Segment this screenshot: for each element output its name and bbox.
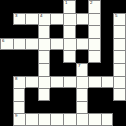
crossword-cell-black-r0c3 xyxy=(38,0,51,13)
crossword-cell-white-r7c3[interactable] xyxy=(38,88,51,101)
crossword-cell-white-r6c2[interactable] xyxy=(25,76,38,89)
crossword-cell-white-r6c9[interactable] xyxy=(113,76,126,89)
crossword-cell-black-r9c0 xyxy=(0,113,13,126)
crossword-cell-black-r5c8 xyxy=(101,63,114,76)
crossword-cell-black-r2c0 xyxy=(0,25,13,38)
crossword-cell-white-r4c3[interactable] xyxy=(38,50,51,63)
crossword-cell-black-r5c5 xyxy=(63,63,76,76)
crossword-cell-black-r4c4 xyxy=(50,50,63,63)
crossword-cell-black-r2c4 xyxy=(50,25,63,38)
clue-number: 8 xyxy=(15,77,17,81)
crossword-cell-black-r7c7 xyxy=(88,88,101,101)
crossword-cell-black-r1c8 xyxy=(101,13,114,26)
crossword-cell-black-r8c8 xyxy=(101,101,114,114)
crossword-cell-white-r0c7[interactable]: 2 xyxy=(88,0,101,13)
crossword-cell-black-r0c2 xyxy=(25,0,38,13)
crossword-cell-white-r2c3[interactable] xyxy=(38,25,51,38)
crossword-cell-white-r5c6[interactable]: 7 xyxy=(76,63,89,76)
crossword-cell-white-r9c7[interactable] xyxy=(88,113,101,126)
crossword-cell-black-r0c0 xyxy=(0,0,13,13)
crossword-cell-white-r2c5[interactable] xyxy=(63,25,76,38)
crossword-cell-white-r7c1[interactable] xyxy=(13,88,26,101)
crossword-cell-black-r8c4 xyxy=(50,101,63,114)
crossword-cell-white-r1c1[interactable]: 3 xyxy=(13,13,26,26)
crossword-cell-black-r0c6 xyxy=(76,0,89,13)
crossword-cell-black-r4c0 xyxy=(0,50,13,63)
clue-number: 2 xyxy=(90,1,92,5)
crossword-cell-black-r2c8 xyxy=(101,25,114,38)
crossword-cell-white-r9c2[interactable] xyxy=(25,113,38,126)
crossword-cell-white-r9c5[interactable] xyxy=(63,113,76,126)
crossword-cell-white-r7c6[interactable] xyxy=(76,88,89,101)
crossword-cell-black-r7c8 xyxy=(101,88,114,101)
crossword-cell-black-r8c0 xyxy=(0,101,13,114)
clue-number: 7 xyxy=(78,64,80,68)
crossword-cell-black-r0c1 xyxy=(13,0,26,13)
crossword-cell-white-r8c1[interactable] xyxy=(13,101,26,114)
crossword-cell-white-r3c5[interactable] xyxy=(63,38,76,51)
crossword-cell-white-r9c6[interactable] xyxy=(76,113,89,126)
crossword-cell-white-r1c9[interactable]: 5 xyxy=(113,13,126,26)
crossword-cell-black-r5c1 xyxy=(13,63,26,76)
crossword-cell-black-r0c4 xyxy=(50,0,63,13)
crossword-cell-black-r0c8 xyxy=(101,0,114,13)
crossword-cell-white-r6c4[interactable] xyxy=(50,76,63,89)
crossword-cell-black-r9c9 xyxy=(113,113,126,126)
crossword-cell-black-r8c2 xyxy=(25,101,38,114)
crossword-cell-black-r3c8 xyxy=(101,38,114,51)
crossword-cell-white-r1c4[interactable] xyxy=(50,13,63,26)
crossword-cell-black-r1c0 xyxy=(0,13,13,26)
crossword-cell-white-r1c6[interactable] xyxy=(76,13,89,26)
crossword-cell-black-r2c6 xyxy=(76,25,89,38)
crossword-cell-white-r4c7[interactable] xyxy=(88,50,101,63)
crossword-cell-white-r6c1[interactable]: 8 xyxy=(13,76,26,89)
clue-number: 6 xyxy=(2,39,4,43)
crossword-cell-white-r1c7[interactable] xyxy=(88,13,101,26)
crossword-cell-black-r6c0 xyxy=(0,76,13,89)
crossword-cell-white-r9c4[interactable] xyxy=(50,113,63,126)
crossword-cell-white-r1c3[interactable]: 4 xyxy=(38,13,51,26)
crossword-cell-white-r0c5[interactable]: 1 xyxy=(63,0,76,13)
crossword-cell-white-r9c3[interactable] xyxy=(38,113,51,126)
crossword-cell-white-r5c9[interactable] xyxy=(113,63,126,76)
crossword-cell-white-r6c7[interactable] xyxy=(88,76,101,89)
crossword-cell-white-r3c6[interactable] xyxy=(76,38,89,51)
crossword-cell-white-r1c2[interactable] xyxy=(25,13,38,26)
crossword-cell-white-r4c9[interactable] xyxy=(113,50,126,63)
crossword-cell-black-r4c8 xyxy=(101,50,114,63)
clue-number: 1 xyxy=(65,1,67,5)
crossword-cell-white-r9c1[interactable]: 9 xyxy=(13,113,26,126)
crossword-cell-black-r4c6 xyxy=(76,50,89,63)
crossword-cell-white-r3c3[interactable] xyxy=(38,38,51,51)
crossword-cell-black-r2c1 xyxy=(13,25,26,38)
crossword-cell-white-r4c5[interactable] xyxy=(63,50,76,63)
crossword-cell-black-r5c0 xyxy=(0,63,13,76)
crossword-cell-white-r5c3[interactable] xyxy=(38,63,51,76)
crossword-cell-black-r8c5 xyxy=(63,101,76,114)
clue-number: 3 xyxy=(15,14,17,18)
crossword-cell-white-r7c9[interactable] xyxy=(113,88,126,101)
clue-number: 9 xyxy=(15,114,17,118)
crossword-cell-black-r2c2 xyxy=(25,25,38,38)
crossword-cell-white-r1c5[interactable] xyxy=(63,13,76,26)
crossword-cell-white-r6c8[interactable] xyxy=(101,76,114,89)
crossword-cell-white-r2c7[interactable] xyxy=(88,25,101,38)
crossword-cell-black-r7c5 xyxy=(63,88,76,101)
crossword-cell-white-r2c9[interactable] xyxy=(113,25,126,38)
crossword-cell-black-r5c2 xyxy=(25,63,38,76)
crossword-cell-white-r3c1[interactable] xyxy=(13,38,26,51)
crossword-cell-white-r9c8[interactable] xyxy=(101,113,114,126)
crossword-cell-white-r6c5[interactable] xyxy=(63,76,76,89)
crossword-cell-black-r0c9 xyxy=(113,0,126,13)
clue-number: 4 xyxy=(40,14,42,18)
crossword-cell-black-r5c7 xyxy=(88,63,101,76)
crossword-cell-black-r8c3 xyxy=(38,101,51,114)
crossword-board: 123456789 xyxy=(0,0,126,126)
crossword-cell-white-r8c6[interactable] xyxy=(76,101,89,114)
crossword-cell-white-r6c3[interactable] xyxy=(38,76,51,89)
crossword-cell-black-r4c2 xyxy=(25,50,38,63)
crossword-cell-white-r3c7[interactable] xyxy=(88,38,101,51)
crossword-cell-black-r8c9 xyxy=(113,101,126,114)
crossword-cell-black-r7c0 xyxy=(0,88,13,101)
crossword-cell-white-r3c2[interactable] xyxy=(25,38,38,51)
clue-number: 5 xyxy=(115,14,117,18)
crossword-cell-white-r6c6[interactable] xyxy=(76,76,89,89)
crossword-cell-white-r3c0[interactable]: 6 xyxy=(0,38,13,51)
crossword-cell-black-r7c2 xyxy=(25,88,38,101)
crossword-cell-black-r7c4 xyxy=(50,88,63,101)
crossword-cell-white-r3c4[interactable] xyxy=(50,38,63,51)
crossword-cell-black-r4c1 xyxy=(13,50,26,63)
crossword-cell-black-r8c7 xyxy=(88,101,101,114)
crossword-cell-white-r3c9[interactable] xyxy=(113,38,126,51)
crossword-cell-black-r5c4 xyxy=(50,63,63,76)
